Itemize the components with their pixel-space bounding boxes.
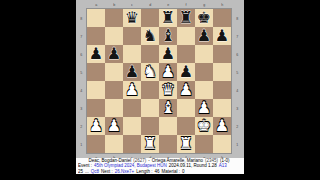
square-f4[interactable]: ♟ [177,81,195,99]
white-rook[interactable]: ♜ [143,135,157,153]
square-g1[interactable] [195,135,213,153]
black-pawn[interactable]: ♟ [215,27,229,45]
last-move-link[interactable]: Qc8 [91,169,99,174]
square-f3[interactable] [177,99,195,117]
chess-gui-window: abcdefgh 87654321 87654321 abcdefgh ♛♜♜♚… [76,0,244,174]
material-value: 0 [182,169,185,174]
rank-label-2: 2 [231,117,244,135]
rank-label-5: 5 [76,63,87,81]
rank-label-3: 3 [231,99,244,117]
square-a2[interactable]: ♟ [87,117,105,135]
square-h8[interactable] [213,9,231,27]
move-number: 25 [78,169,83,174]
square-a8[interactable] [87,9,105,27]
black-rook[interactable]: ♜ [179,9,193,27]
rank-label-1: 1 [231,135,244,153]
square-c5[interactable]: ♟ [123,63,141,81]
black-pawn[interactable]: ♟ [125,63,139,81]
game-info-panel: Deac, Bogdan-Daniel(2627)-Ortega Amarell… [76,158,244,174]
square-f2[interactable] [177,117,195,135]
white-pawn[interactable]: ♟ [89,117,103,135]
file-labels-top: abcdefgh [87,0,231,9]
square-e8[interactable]: ♜ [159,9,177,27]
white-pawn[interactable]: ♟ [161,63,175,81]
square-h1[interactable] [213,135,231,153]
rank-label-1: 1 [76,135,87,153]
file-label-a: a [87,0,105,9]
file-label-g: g [195,0,213,9]
square-a4[interactable] [87,81,105,99]
square-e5[interactable]: ♟ [159,63,177,81]
black-bishop[interactable]: ♝ [161,27,175,45]
rank-label-2: 2 [76,117,87,135]
square-d5[interactable]: ♞ [141,63,159,81]
square-b8[interactable] [105,9,123,27]
square-d6[interactable] [141,45,159,63]
black-pawn[interactable]: ♟ [107,45,121,63]
square-f5[interactable]: ♟ [177,63,195,81]
square-f7[interactable] [177,27,195,45]
square-h7[interactable]: ♟ [213,27,231,45]
square-b3[interactable] [105,99,123,117]
square-d1[interactable]: ♜ [141,135,159,153]
white-bishop[interactable]: ♝ [161,99,175,117]
square-h3[interactable] [213,99,231,117]
white-queen[interactable]: ♛ [161,81,175,99]
square-b2[interactable]: ♟ [105,117,123,135]
square-g2[interactable]: ♚ [195,117,213,135]
square-d4[interactable] [141,81,159,99]
square-a6[interactable]: ♟ [87,45,105,63]
file-label-b: b [105,0,123,9]
square-b7[interactable] [105,27,123,45]
square-a5[interactable] [87,63,105,81]
square-g5[interactable] [195,63,213,81]
square-g6[interactable] [195,45,213,63]
rank-label-7: 7 [76,27,87,45]
rank-label-4: 4 [231,81,244,99]
square-d3[interactable] [141,99,159,117]
black-queen[interactable]: ♛ [125,9,139,27]
square-b4[interactable] [105,81,123,99]
eco-code[interactable]: A13 [219,163,227,168]
file-label-c: c [123,0,141,9]
move-line: 25...Qc8Next :26.Nxe7+Length :46Material… [76,169,244,174]
event-label: Event : [78,163,92,168]
black-knight[interactable]: ♞ [143,27,157,45]
black-pawn[interactable]: ♟ [161,45,175,63]
event-link[interactable]: 45th Olympiad 2024, Budapest HUN [94,163,167,168]
square-g3[interactable]: ♟ [195,99,213,117]
square-c6[interactable] [123,45,141,63]
rank-labels-left: 87654321 [76,9,87,153]
square-c1[interactable] [123,135,141,153]
black-rook[interactable]: ♜ [161,9,175,27]
black-pawn[interactable]: ♟ [197,27,211,45]
square-d7[interactable]: ♞ [141,27,159,45]
square-e6[interactable]: ♟ [159,45,177,63]
rank-label-8: 8 [76,9,87,27]
square-h5[interactable] [213,63,231,81]
white-pawn[interactable]: ♟ [215,117,229,135]
square-e3[interactable]: ♝ [159,99,177,117]
square-g4[interactable] [195,81,213,99]
square-d2[interactable] [141,117,159,135]
square-e2[interactable] [159,117,177,135]
square-a3[interactable] [87,99,105,117]
white-pawn[interactable]: ♟ [107,117,121,135]
white-pawn[interactable]: ♟ [125,81,139,99]
material-label: Material : [161,169,180,174]
square-b5[interactable] [105,63,123,81]
white-king[interactable]: ♚ [197,117,211,135]
square-d8[interactable] [141,9,159,27]
rank-labels-right: 87654321 [231,9,244,153]
square-c3[interactable] [123,99,141,117]
square-e1[interactable] [159,135,177,153]
file-label-d: d [141,0,159,9]
file-label-e: e [159,0,177,9]
move-ellipsis: ... [85,169,89,174]
black-pawn[interactable]: ♟ [89,45,103,63]
white-pawn[interactable]: ♟ [197,99,211,117]
square-c7[interactable] [123,27,141,45]
square-a1[interactable] [87,135,105,153]
square-e7[interactable]: ♝ [159,27,177,45]
rank-label-7: 7 [231,27,244,45]
square-f6[interactable] [177,45,195,63]
square-f8[interactable]: ♜ [177,9,195,27]
square-c8[interactable]: ♛ [123,9,141,27]
length-label: Length : [136,169,152,174]
rank-label-4: 4 [76,81,87,99]
next-label: Next : [101,169,113,174]
black-king[interactable]: ♚ [197,9,211,27]
white-pawn[interactable]: ♟ [179,81,193,99]
date-round: 2024.09.11, Round 1.28 [169,163,217,168]
square-b1[interactable] [105,135,123,153]
white-knight[interactable]: ♞ [143,63,157,81]
next-move-link[interactable]: 26.Nxe7+ [115,169,134,174]
square-h6[interactable] [213,45,231,63]
chess-board[interactable]: ♛♜♜♚♞♝♟♟♟♟♟♟♞♟♟♟♛♟♝♟♟♟♚♟♜♜ [87,9,231,153]
square-g7[interactable]: ♟ [195,27,213,45]
rank-label-5: 5 [231,63,244,81]
square-b6[interactable]: ♟ [105,45,123,63]
length-value: 46 [154,169,159,174]
rank-label-6: 6 [76,45,87,63]
rank-label-6: 6 [231,45,244,63]
file-label-h: h [213,0,231,9]
file-label-f: f [177,0,195,9]
square-c4[interactable]: ♟ [123,81,141,99]
square-f1[interactable]: ♜ [177,135,195,153]
square-c2[interactable] [123,117,141,135]
black-pawn[interactable]: ♟ [179,63,193,81]
rank-label-8: 8 [231,9,244,27]
square-h2[interactable]: ♟ [213,117,231,135]
square-a7[interactable] [87,27,105,45]
white-rook[interactable]: ♜ [179,135,193,153]
square-h4[interactable] [213,81,231,99]
rank-label-3: 3 [76,99,87,117]
square-e4[interactable]: ♛ [159,81,177,99]
square-g8[interactable]: ♚ [195,9,213,27]
